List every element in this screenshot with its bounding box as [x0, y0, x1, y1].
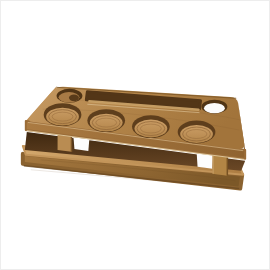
front-hole-3 [132, 115, 170, 138]
back-right-hole-see-through [204, 103, 225, 113]
product-image [0, 0, 270, 270]
back-right-hole [202, 100, 228, 114]
front-hole-1 [44, 103, 82, 126]
wooden-holder-illustration [1, 1, 269, 269]
back-left-hole-inner-shadow [69, 94, 79, 101]
back-left-hole [57, 89, 83, 103]
front-hole-4 [178, 121, 216, 144]
front-hole-2 [87, 109, 125, 132]
